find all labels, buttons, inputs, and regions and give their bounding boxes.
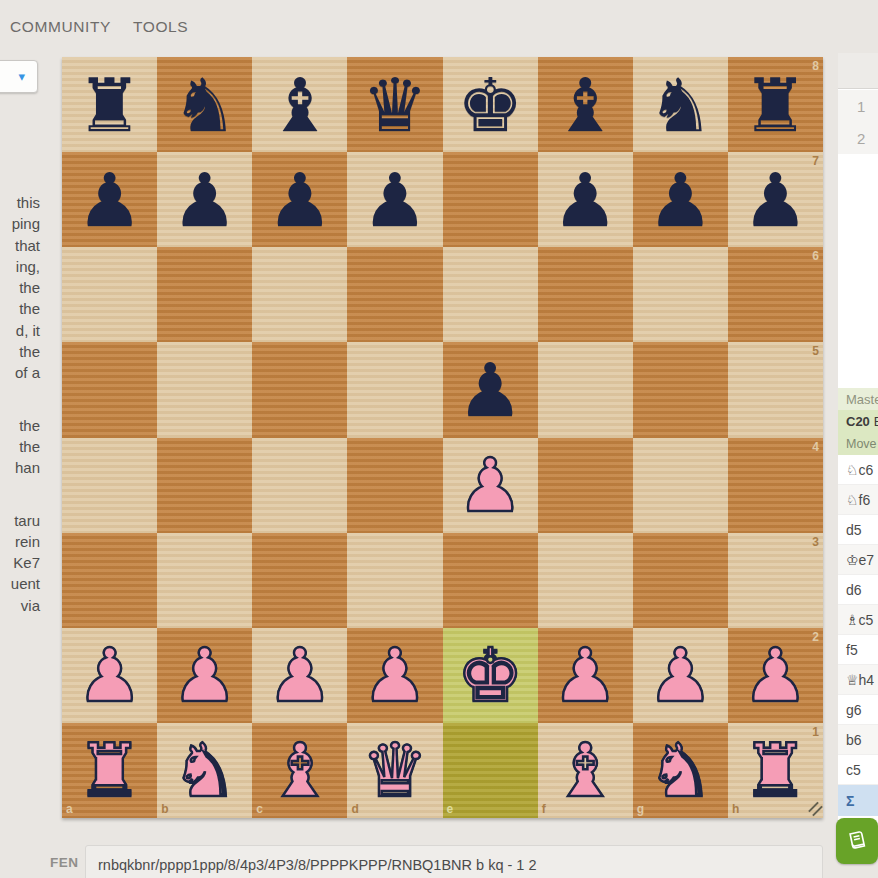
move-list-row[interactable]: 2 (838, 122, 878, 154)
explorer-move-row[interactable]: f5 (838, 635, 878, 665)
file-label-b: b (161, 802, 168, 816)
square-d2[interactable]: ♟ (347, 628, 442, 723)
board-resize-handle[interactable] (804, 799, 822, 817)
white-pawn-d2[interactable]: ♟ (347, 628, 442, 723)
article-line: the (0, 436, 40, 457)
square-c1[interactable]: ♝c (252, 723, 347, 818)
article-line: rein (0, 531, 40, 552)
square-b4[interactable] (157, 438, 252, 533)
article-line: this (0, 192, 40, 213)
fen-input[interactable] (85, 845, 823, 878)
square-f4[interactable] (538, 438, 633, 533)
black-bishop-c8[interactable]: ♝ (252, 57, 347, 152)
black-king-e8[interactable]: ♚ (443, 57, 538, 152)
article-line: the (0, 415, 40, 436)
fen-bar: FEN (0, 843, 878, 878)
explorer-move-row[interactable]: d5 (838, 515, 878, 545)
square-h6[interactable]: 6 (728, 247, 823, 342)
square-a5[interactable] (62, 342, 157, 437)
article-line: Ke7 (0, 552, 40, 573)
explorer-move-row[interactable]: g6 (838, 695, 878, 725)
black-pawn-f7[interactable]: ♟ (538, 152, 633, 247)
square-b3[interactable] (157, 533, 252, 628)
article-line: the (0, 341, 40, 362)
explorer-move-row[interactable]: c5 (838, 755, 878, 785)
square-g7[interactable]: ♟ (633, 152, 728, 247)
black-pawn-g7[interactable]: ♟ (633, 152, 728, 247)
move-list-row[interactable]: 1 (838, 90, 878, 122)
rank-label-5: 5 (812, 344, 819, 358)
square-f7[interactable]: ♟ (538, 152, 633, 247)
square-e1[interactable]: e (443, 723, 538, 818)
square-g2[interactable]: ♟ (633, 628, 728, 723)
explorer-tab-masters[interactable]: Maste (838, 388, 878, 410)
square-e6[interactable] (443, 247, 538, 342)
white-bishop-f1[interactable]: ♝ (538, 723, 633, 818)
square-b7[interactable]: ♟ (157, 152, 252, 247)
square-d8[interactable]: ♛ (347, 57, 442, 152)
black-pawn-d7[interactable]: ♟ (347, 152, 442, 247)
explorer-move-row[interactable]: ♔e7 (838, 545, 878, 575)
square-c8[interactable]: ♝ (252, 57, 347, 152)
black-rook-h8[interactable]: ♜ (728, 57, 823, 152)
explorer-move-row[interactable]: ♕h4 (838, 665, 878, 695)
analysis-side-panel: 1 2 Maste C20 B Move ♘c6♘f6d5♔e7d6♗c5f5♕… (838, 53, 878, 833)
black-knight-g8[interactable]: ♞ (633, 57, 728, 152)
explorer-move-row[interactable]: ♗c5 (838, 605, 878, 635)
rank-label-1: 1 (812, 725, 819, 739)
square-h3[interactable]: 3 (728, 533, 823, 628)
white-rook-a1[interactable]: ♜ (62, 723, 157, 818)
rank-label-3: 3 (812, 535, 819, 549)
square-e8[interactable]: ♚ (443, 57, 538, 152)
black-pawn-b7[interactable]: ♟ (157, 152, 252, 247)
square-d5[interactable] (347, 342, 442, 437)
opening-eco-code: C20 (846, 414, 870, 429)
square-e7[interactable] (443, 152, 538, 247)
explorer-move-row[interactable]: ♘f6 (838, 485, 878, 515)
explorer-move-row[interactable]: b6 (838, 725, 878, 755)
square-g8[interactable]: ♞ (633, 57, 728, 152)
square-b6[interactable] (157, 247, 252, 342)
square-f8[interactable]: ♝ (538, 57, 633, 152)
square-b2[interactable]: ♟ (157, 628, 252, 723)
white-king-e2[interactable]: ♚ (443, 628, 538, 723)
chess-board[interactable]: ♜♞♝♛♚♝♞♜8♟♟♟♟♟♟♟76♟5♟43♟♟♟♟♚♟♟♟2♜a♞b♝c♛d… (62, 57, 823, 818)
menu-item-tools[interactable]: TOOLS (133, 18, 188, 36)
white-queen-d1[interactable]: ♛ (347, 723, 442, 818)
square-f5[interactable] (538, 342, 633, 437)
panel-tab-bar[interactable] (838, 53, 878, 89)
chess-analysis-page: COMMUNITY TOOLS ▾ thispingthating,thethe… (0, 0, 878, 878)
black-pawn-h7[interactable]: ♟ (728, 152, 823, 247)
black-knight-b8[interactable]: ♞ (157, 57, 252, 152)
top-menu: COMMUNITY TOOLS (10, 18, 188, 36)
black-pawn-e5[interactable]: ♟ (443, 342, 538, 437)
square-c3[interactable] (252, 533, 347, 628)
square-a8[interactable]: ♜ (62, 57, 157, 152)
white-pawn-e4[interactable]: ♟ (443, 438, 538, 533)
article-line: the (0, 298, 40, 319)
white-pawn-h2[interactable]: ♟ (728, 628, 823, 723)
file-label-h: h (732, 802, 739, 816)
variant-dropdown-button[interactable]: ▾ (0, 60, 38, 93)
article-line: ing, (0, 256, 40, 277)
white-pawn-f2[interactable]: ♟ (538, 628, 633, 723)
black-rook-a8[interactable]: ♜ (62, 57, 157, 152)
square-a6[interactable] (62, 247, 157, 342)
rank-label-2: 2 (812, 630, 819, 644)
square-a3[interactable] (62, 533, 157, 628)
square-h2[interactable]: ♟2 (728, 628, 823, 723)
article-paragraph: thispingthating,thethed, ittheof a (0, 192, 40, 384)
square-c7[interactable]: ♟ (252, 152, 347, 247)
square-f6[interactable] (538, 247, 633, 342)
article-paragraph: tarureinKe7uentvia (0, 510, 40, 616)
file-label-a: a (66, 802, 73, 816)
chevron-down-icon: ▾ (18, 70, 25, 83)
article-line: d, it (0, 320, 40, 341)
explorer-opening-name: C20 B (838, 410, 878, 433)
article-line: that (0, 235, 40, 256)
file-label-g: g (637, 802, 644, 816)
square-c6[interactable] (252, 247, 347, 342)
square-g3[interactable] (633, 533, 728, 628)
square-h4[interactable]: 4 (728, 438, 823, 533)
square-b1[interactable]: ♞b (157, 723, 252, 818)
file-label-f: f (542, 802, 546, 816)
white-bishop-c1[interactable]: ♝ (252, 723, 347, 818)
square-b5[interactable] (157, 342, 252, 437)
square-f2[interactable]: ♟ (538, 628, 633, 723)
square-e5[interactable]: ♟ (443, 342, 538, 437)
file-label-c: c (256, 802, 263, 816)
square-c4[interactable] (252, 438, 347, 533)
square-d1[interactable]: ♛d (347, 723, 442, 818)
menu-item-community[interactable]: COMMUNITY (10, 18, 111, 36)
article-line: uent (0, 573, 40, 594)
explorer-move-row[interactable]: ♘c6 (838, 455, 878, 485)
square-d3[interactable] (347, 533, 442, 628)
square-d4[interactable] (347, 438, 442, 533)
explorer-move-column-header: Move (838, 433, 878, 455)
square-a7[interactable]: ♟ (62, 152, 157, 247)
square-g1[interactable]: ♞g (633, 723, 728, 818)
opening-name-text: B (874, 414, 878, 429)
square-f1[interactable]: ♝f (538, 723, 633, 818)
square-a4[interactable] (62, 438, 157, 533)
fen-label: FEN (50, 855, 79, 870)
opening-explorer: Maste C20 B Move ♘c6♘f6d5♔e7d6♗c5f5♕h4g6… (838, 388, 878, 816)
square-c2[interactable]: ♟ (252, 628, 347, 723)
white-pawn-c2[interactable]: ♟ (252, 628, 347, 723)
square-e2[interactable]: ♚ (443, 628, 538, 723)
square-h5[interactable]: 5 (728, 342, 823, 437)
file-label-d: d (351, 802, 358, 816)
black-pawn-a7[interactable]: ♟ (62, 152, 157, 247)
square-d7[interactable]: ♟ (347, 152, 442, 247)
white-knight-g1[interactable]: ♞ (633, 723, 728, 818)
black-queen-d8[interactable]: ♛ (347, 57, 442, 152)
white-knight-b1[interactable]: ♞ (157, 723, 252, 818)
white-pawn-a2[interactable]: ♟ (62, 628, 157, 723)
rank-label-6: 6 (812, 249, 819, 263)
square-e3[interactable] (443, 533, 538, 628)
square-f3[interactable] (538, 533, 633, 628)
file-label-e: e (447, 802, 454, 816)
black-bishop-f8[interactable]: ♝ (538, 57, 633, 152)
article-line: ping (0, 213, 40, 234)
white-pawn-g2[interactable]: ♟ (633, 628, 728, 723)
square-g5[interactable] (633, 342, 728, 437)
article-line: via (0, 595, 40, 616)
rank-label-4: 4 (812, 440, 819, 454)
square-h8[interactable]: ♜8 (728, 57, 823, 152)
black-pawn-c7[interactable]: ♟ (252, 152, 347, 247)
rank-label-8: 8 (812, 59, 819, 73)
article-line: of a (0, 362, 40, 383)
white-pawn-b2[interactable]: ♟ (157, 628, 252, 723)
article-paragraph: thethehan (0, 415, 40, 479)
square-c5[interactable] (252, 342, 347, 437)
square-g4[interactable] (633, 438, 728, 533)
square-b8[interactable]: ♞ (157, 57, 252, 152)
explorer-move-row[interactable]: d6 (838, 575, 878, 605)
square-d6[interactable] (347, 247, 442, 342)
square-h7[interactable]: ♟7 (728, 152, 823, 247)
square-g6[interactable] (633, 247, 728, 342)
rank-label-7: 7 (812, 154, 819, 168)
square-a2[interactable]: ♟ (62, 628, 157, 723)
article-line: taru (0, 510, 40, 531)
square-a1[interactable]: ♜a (62, 723, 157, 818)
article-line: han (0, 457, 40, 478)
article-text-clipped: thispingthating,thethed, ittheof athethe… (0, 192, 40, 647)
square-e4[interactable]: ♟ (443, 438, 538, 533)
explorer-total-row: Σ (838, 785, 878, 816)
explorer-move-rows: ♘c6♘f6d5♔e7d6♗c5f5♕h4g6b6c5 (838, 455, 878, 785)
article-line: the (0, 277, 40, 298)
